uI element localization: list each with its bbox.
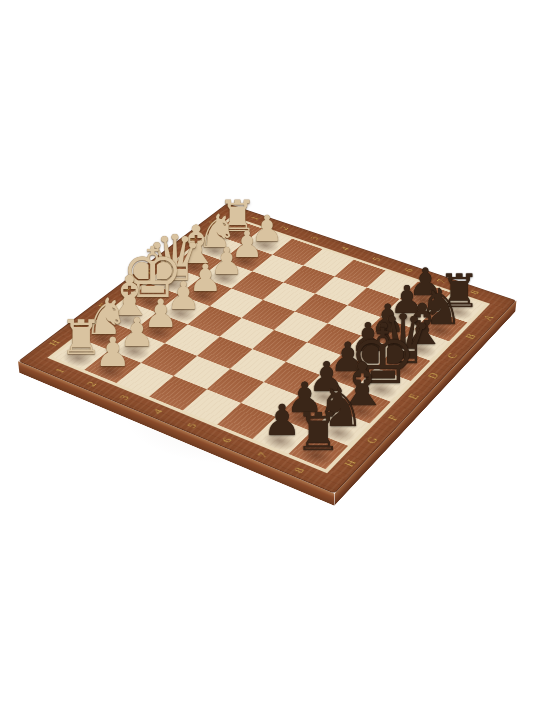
piece-black-rook-h8[interactable]: ♜ [278, 406, 358, 458]
piece-glyph: ♟ [73, 332, 153, 372]
piece-glyph: ♜ [278, 406, 358, 458]
product-photo-stage: AA11BB22CC33DD44EE55FF66GG77HH88 ♜♞♝♛♚♝♞… [0, 0, 540, 720]
piece-white-pawn-h2[interactable]: ♟ [73, 332, 153, 372]
board-scene: AA11BB22CC33DD44EE55FF66GG77HH88 ♜♞♝♛♚♝♞… [0, 0, 540, 720]
pieces-layer: ♜♞♝♛♚♝♞♜♟♟♟♟♟♟♟♟♟♟♟♟♟♟♟♟♜♞♝♛♚♝♞♜ [0, 0, 540, 720]
